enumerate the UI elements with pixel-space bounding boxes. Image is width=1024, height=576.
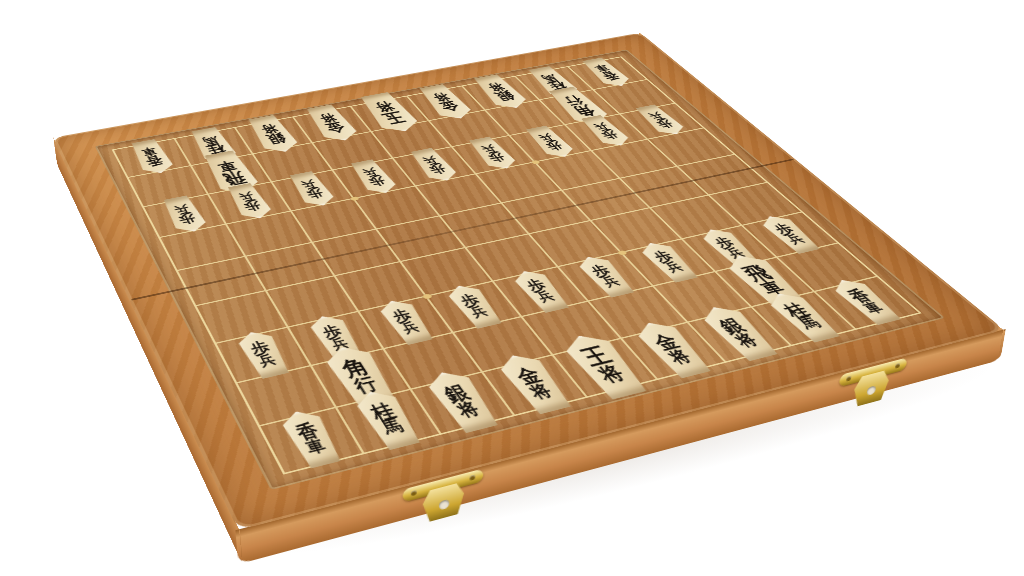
koma-kanji-top: 香 xyxy=(844,287,874,303)
koma-kanji-top: 歩 xyxy=(319,323,344,340)
piece-square: 歩兵 xyxy=(216,327,312,383)
board-cell[interactable] xyxy=(559,253,654,302)
board-cell[interactable] xyxy=(412,372,516,433)
koma-kanji-bottom: 兵 xyxy=(534,290,556,303)
koma-kanji-bottom: 将 xyxy=(260,123,280,134)
koma-kanji-bottom: 将 xyxy=(526,382,554,400)
piece-square: 歩兵 xyxy=(359,296,455,349)
board-cell[interactable] xyxy=(530,221,622,267)
koma-kanji-top: 歩 xyxy=(457,292,482,308)
piece-square: 金将 xyxy=(622,323,725,379)
board-cell[interactable] xyxy=(289,312,385,367)
koma-kanji-bottom: 兵 xyxy=(399,320,421,334)
board-cell[interactable] xyxy=(178,257,267,306)
board-cell[interactable] xyxy=(260,408,364,473)
koma-sente-pawn[interactable]: 歩兵 xyxy=(567,252,643,299)
board-cell[interactable] xyxy=(161,225,247,271)
koma-kanji-bottom: 兵 xyxy=(662,260,684,272)
koma-kanji-top: 歩 xyxy=(650,249,676,263)
koma-kanji-top: 歩 xyxy=(771,222,797,236)
board-cell[interactable] xyxy=(455,317,554,372)
piece-square: 銀将 xyxy=(689,307,792,361)
koma-kanji-bottom: 車 xyxy=(757,279,787,296)
board-star-point xyxy=(616,250,627,256)
koma-kanji-top: 歩 xyxy=(712,235,738,249)
board-cell[interactable] xyxy=(359,296,455,349)
koma-kanji-top: 桂 xyxy=(368,401,398,422)
board-cell[interactable] xyxy=(238,366,337,426)
koma-sente-knight[interactable]: 桂馬 xyxy=(343,386,432,454)
board-cell[interactable] xyxy=(494,267,590,317)
piece-square: 桂馬 xyxy=(337,390,441,453)
board-cell[interactable] xyxy=(337,390,441,453)
koma-sente-pawn[interactable]: 歩兵 xyxy=(630,238,707,284)
board-cell[interactable] xyxy=(779,244,878,292)
board-cell[interactable] xyxy=(384,333,483,390)
koma-kanji-top: 角 xyxy=(339,357,373,380)
piece-square: 飛車 xyxy=(717,258,816,307)
koma-sente-lance[interactable]: 香車 xyxy=(270,405,353,471)
koma-kanji-bottom: 馬 xyxy=(797,315,824,330)
board-cell[interactable] xyxy=(484,355,587,414)
koma-kanji-top: 歩 xyxy=(588,263,614,278)
koma-kanji-bottom: 将 xyxy=(731,331,759,348)
scene: 香車桂馬銀将金将玉将金将銀将桂馬香車飛車角行歩兵歩兵歩兵歩兵歩兵歩兵歩兵歩兵歩兵… xyxy=(0,0,1024,576)
koma-kanji-bottom: 車 xyxy=(303,437,328,455)
board-cell[interactable] xyxy=(622,323,725,379)
koma-sente-pawn[interactable]: 歩兵 xyxy=(369,296,443,347)
koma-sente-pawn[interactable]: 歩兵 xyxy=(299,311,372,364)
piece-square: 歩兵 xyxy=(622,239,717,287)
koma-kanji-top: 銀 xyxy=(441,382,473,404)
koma-kanji-bottom: 兵 xyxy=(647,111,666,120)
koma-kanji-bottom: 車 xyxy=(215,160,238,173)
board-cell[interactable] xyxy=(402,248,494,297)
koma-kanji-bottom: 将 xyxy=(454,399,482,418)
koma-sente-lance[interactable]: 香車 xyxy=(821,275,911,327)
board-cell[interactable] xyxy=(427,281,523,333)
koma-kanji-bottom: 兵 xyxy=(256,353,277,368)
piece-square: 角行 xyxy=(312,349,411,408)
koma-sente-silver[interactable]: 銀将 xyxy=(688,301,789,364)
koma-kanji-top: 桂 xyxy=(781,301,812,319)
koma-kanji-bottom: 将 xyxy=(318,113,338,124)
piece-square: 王将 xyxy=(554,339,657,396)
koma-kanji-top: 歩 xyxy=(523,278,548,293)
board-cell[interactable] xyxy=(335,262,427,312)
koma-kanji-bottom: 兵 xyxy=(724,246,746,258)
koma-kanji-top: 歩 xyxy=(248,339,273,356)
shogi-board: 香車桂馬銀将金将玉将金将銀将桂馬香車飛車角行歩兵歩兵歩兵歩兵歩兵歩兵歩兵歩兵歩兵… xyxy=(53,33,1005,531)
piece-square: 歩兵 xyxy=(494,267,590,317)
piece-square: 香車 xyxy=(260,408,364,473)
koma-kanji-bottom: 将 xyxy=(373,101,397,113)
koma-kanji-bottom: 兵 xyxy=(592,122,611,131)
koma-kanji-bottom: 将 xyxy=(595,364,628,385)
koma-kanji-top: 金 xyxy=(650,332,683,352)
koma-sente-rook[interactable]: 飛車 xyxy=(713,250,817,311)
koma-kanji-top: 歩 xyxy=(389,308,414,324)
board-cell[interactable] xyxy=(312,349,411,408)
board-cell[interactable] xyxy=(717,258,816,307)
piece-square: 金将 xyxy=(484,355,587,414)
board-cell[interactable] xyxy=(216,327,312,383)
koma-kanji-bottom: 兵 xyxy=(421,155,440,165)
koma-kanji-bottom: 将 xyxy=(485,82,506,92)
koma-kanji-bottom: 行 xyxy=(562,95,586,107)
board-cell[interactable] xyxy=(622,239,717,287)
board-cell[interactable] xyxy=(654,272,753,323)
piece-square: 歩兵 xyxy=(289,312,385,367)
koma-sente-pawn[interactable]: 歩兵 xyxy=(503,266,579,315)
koma-sente-bishop[interactable]: 角行 xyxy=(312,341,411,414)
latch-hole xyxy=(866,385,876,396)
koma-kanji-bottom: 車 xyxy=(593,64,612,73)
koma-sente-king[interactable]: 王将 xyxy=(549,329,661,404)
piece-square: 歩兵 xyxy=(683,225,778,271)
board-cell[interactable] xyxy=(683,225,778,271)
koma-kanji-bottom: 兵 xyxy=(599,275,621,288)
koma-kanji-top: 銀 xyxy=(715,316,748,335)
koma-kanji-bottom: 兵 xyxy=(784,233,806,245)
koma-kanji-bottom: 馬 xyxy=(380,418,406,436)
koma-sente-silver[interactable]: 銀将 xyxy=(414,366,511,437)
board-cell[interactable] xyxy=(313,229,402,276)
piece-square: 銀将 xyxy=(412,372,516,433)
piece-square: 桂馬 xyxy=(753,292,856,345)
koma-sente-pawn[interactable]: 歩兵 xyxy=(437,281,512,331)
piece-square: 香車 xyxy=(816,277,919,328)
board-cell[interactable] xyxy=(816,277,919,328)
koma-kanji-bottom: 兵 xyxy=(536,133,555,143)
latch-hole xyxy=(438,499,448,510)
board-star-point xyxy=(422,293,433,299)
koma-kanji-bottom: 兵 xyxy=(479,144,498,154)
board-cell[interactable] xyxy=(197,291,289,344)
koma-kanji-top: 王 xyxy=(578,345,616,369)
board-cell[interactable] xyxy=(267,276,359,327)
koma-kanji-bottom: 兵 xyxy=(329,336,350,350)
koma-sente-gold[interactable]: 金将 xyxy=(485,349,583,418)
koma-kanji-bottom: 将 xyxy=(431,92,452,102)
board-cell[interactable] xyxy=(554,339,657,396)
piece-square: 歩兵 xyxy=(559,253,654,302)
board-cell[interactable] xyxy=(246,243,335,291)
board-cell[interactable] xyxy=(753,292,856,345)
koma-sente-knight[interactable]: 桂馬 xyxy=(756,288,850,345)
koma-kanji-top: 飛 xyxy=(740,264,775,284)
koma-kanji-bottom: 兵 xyxy=(468,305,490,318)
koma-kanji-top: 香 xyxy=(293,421,321,442)
koma-sente-pawn[interactable]: 歩兵 xyxy=(227,327,299,381)
koma-kanji-bottom: 将 xyxy=(665,348,693,365)
koma-sente-pawn[interactable]: 歩兵 xyxy=(691,225,769,270)
board-cell[interactable] xyxy=(689,307,792,361)
piece-square: 歩兵 xyxy=(427,281,523,333)
koma-kanji-bottom: 車 xyxy=(860,300,886,314)
koma-kanji-bottom: 行 xyxy=(351,375,380,395)
koma-kanji-bottom: 馬 xyxy=(540,73,560,82)
board-cell[interactable] xyxy=(467,234,559,281)
koma-kanji-top: 金 xyxy=(512,365,545,386)
koma-sente-gold[interactable]: 金将 xyxy=(623,317,723,382)
board-cell[interactable] xyxy=(590,287,689,339)
board-cell[interactable] xyxy=(523,302,622,356)
